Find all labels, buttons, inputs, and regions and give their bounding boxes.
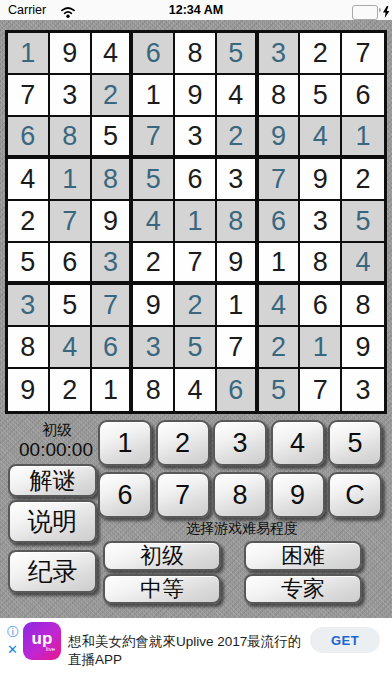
cell-r3c1[interactable]: 6 <box>8 117 50 159</box>
numpad-7[interactable]: 7 <box>156 472 210 518</box>
cell-r7c8[interactable]: 6 <box>300 285 342 327</box>
cell-r5c5[interactable]: 1 <box>175 201 217 243</box>
cell-r6c7[interactable]: 1 <box>259 243 301 285</box>
cell-r2c3[interactable]: 2 <box>92 75 134 117</box>
numpad-4[interactable]: 4 <box>271 420 325 466</box>
cell-r4c5[interactable]: 6 <box>175 159 217 201</box>
numpad-9[interactable]: 9 <box>271 472 325 518</box>
numpad-row-1: 1 2 3 4 5 <box>98 420 382 466</box>
cell-r2c5[interactable]: 9 <box>175 75 217 117</box>
cell-r9c6[interactable]: 6 <box>217 369 259 411</box>
cell-r9c4[interactable]: 8 <box>133 369 175 411</box>
cell-r9c3[interactable]: 1 <box>92 369 134 411</box>
numpad-3[interactable]: 3 <box>213 420 267 466</box>
cell-r6c1[interactable]: 5 <box>8 243 50 285</box>
cell-r7c5[interactable]: 2 <box>175 285 217 327</box>
ad-banner: ⓘ ✕ up live 想和美女約會就來Uplive 2017最流行的直播APP… <box>0 618 392 696</box>
cell-r7c2[interactable]: 5 <box>50 285 92 327</box>
status-bar: Carrier 12:34 AM <box>0 0 392 20</box>
cell-r1c8[interactable]: 2 <box>300 33 342 75</box>
timer-display: 00:00:00 <box>6 439 106 461</box>
ad-text: 想和美女約會就來Uplive 2017最流行的直播APP <box>68 633 303 669</box>
cell-r4c9[interactable]: 2 <box>342 159 384 201</box>
cell-r4c1[interactable]: 4 <box>8 159 50 201</box>
solve-button[interactable]: 解谜 <box>8 464 97 497</box>
cell-r8c7[interactable]: 2 <box>259 327 301 369</box>
cell-r7c3[interactable]: 7 <box>92 285 134 327</box>
game-area: 1946853277321948566857329414185637922794… <box>0 20 392 618</box>
cell-r6c8[interactable]: 8 <box>300 243 342 285</box>
cell-r5c3[interactable]: 9 <box>92 201 134 243</box>
cell-r8c3[interactable]: 6 <box>92 327 134 369</box>
cell-r6c6[interactable]: 9 <box>217 243 259 285</box>
cell-r1c2[interactable]: 9 <box>50 33 92 75</box>
instructions-button[interactable]: 说明 <box>8 500 97 543</box>
numpad-6[interactable]: 6 <box>98 472 152 518</box>
battery-icon <box>352 5 378 20</box>
cell-r5c7[interactable]: 6 <box>259 201 301 243</box>
cell-r1c7[interactable]: 3 <box>259 33 301 75</box>
numpad-8[interactable]: 8 <box>213 472 267 518</box>
numpad-1[interactable]: 1 <box>98 420 152 466</box>
cell-r4c6[interactable]: 3 <box>217 159 259 201</box>
uplive-logo-text: up <box>32 631 53 646</box>
cell-r1c4[interactable]: 6 <box>133 33 175 75</box>
cell-r4c7[interactable]: 7 <box>259 159 301 201</box>
cell-r4c8[interactable]: 9 <box>300 159 342 201</box>
cell-r6c5[interactable]: 7 <box>175 243 217 285</box>
clock-time: 12:34 AM <box>0 3 392 17</box>
uplive-logo-subtext: live <box>46 646 55 652</box>
sudoku-board: 1946853277321948566857329414185637922794… <box>5 30 387 414</box>
cell-r6c3[interactable]: 3 <box>92 243 134 285</box>
cell-r2c4[interactable]: 1 <box>133 75 175 117</box>
cell-r5c6[interactable]: 8 <box>217 201 259 243</box>
cell-r8c2[interactable]: 4 <box>50 327 92 369</box>
numpad-5[interactable]: 5 <box>328 420 382 466</box>
cell-r1c5[interactable]: 8 <box>175 33 217 75</box>
cell-r8c1[interactable]: 8 <box>8 327 50 369</box>
cell-r4c4[interactable]: 5 <box>133 159 175 201</box>
cell-r4c2[interactable]: 1 <box>50 159 92 201</box>
cell-r2c9[interactable]: 6 <box>342 75 384 117</box>
cell-r6c4[interactable]: 2 <box>133 243 175 285</box>
cell-r1c9[interactable]: 7 <box>342 33 384 75</box>
cell-r3c2[interactable]: 8 <box>50 117 92 159</box>
numpad-2[interactable]: 2 <box>156 420 210 466</box>
cell-r5c4[interactable]: 4 <box>133 201 175 243</box>
difficulty-expert-button[interactable]: 专家 <box>244 574 362 604</box>
cell-r9c2[interactable]: 2 <box>50 369 92 411</box>
cell-r3c8[interactable]: 4 <box>300 117 342 159</box>
difficulty-section-label: 选择游戏难易程度 <box>97 520 387 538</box>
cell-r5c2[interactable]: 7 <box>50 201 92 243</box>
sudoku-app-screen: Carrier 12:34 AM 19468532773219485668573… <box>0 0 392 696</box>
records-button[interactable]: 纪录 <box>8 550 97 593</box>
cell-r9c5[interactable]: 4 <box>175 369 217 411</box>
cell-r8c8[interactable]: 1 <box>300 327 342 369</box>
numpad-row-2: 6 7 8 9 C <box>98 472 382 518</box>
cell-r9c1[interactable]: 9 <box>8 369 50 411</box>
cell-r3c4[interactable]: 7 <box>133 117 175 159</box>
cell-r7c1[interactable]: 3 <box>8 285 50 327</box>
cell-r3c9[interactable]: 1 <box>342 117 384 159</box>
current-level-label: 初级 <box>18 421 96 440</box>
cell-r9c9[interactable]: 3 <box>342 369 384 411</box>
difficulty-hard-button[interactable]: 困难 <box>244 541 362 571</box>
cell-r9c8[interactable]: 7 <box>300 369 342 411</box>
cell-r5c1[interactable]: 2 <box>8 201 50 243</box>
cell-r5c8[interactable]: 3 <box>300 201 342 243</box>
cell-r9c7[interactable]: 5 <box>259 369 301 411</box>
cell-r2c8[interactable]: 5 <box>300 75 342 117</box>
cell-r7c6[interactable]: 1 <box>217 285 259 327</box>
cell-r7c9[interactable]: 8 <box>342 285 384 327</box>
cell-r3c5[interactable]: 3 <box>175 117 217 159</box>
cell-r2c7[interactable]: 8 <box>259 75 301 117</box>
cell-r7c7[interactable]: 4 <box>259 285 301 327</box>
cell-r8c4[interactable]: 3 <box>133 327 175 369</box>
cell-r4c3[interactable]: 8 <box>92 159 134 201</box>
cell-r8c9[interactable]: 9 <box>342 327 384 369</box>
uplive-logo[interactable]: up live <box>23 622 61 660</box>
cell-r6c2[interactable]: 6 <box>50 243 92 285</box>
cell-r3c7[interactable]: 9 <box>259 117 301 159</box>
cell-r2c6[interactable]: 4 <box>217 75 259 117</box>
cell-r1c3[interactable]: 4 <box>92 33 134 75</box>
numpad-clear[interactable]: C <box>328 472 382 518</box>
cell-r1c1[interactable]: 1 <box>8 33 50 75</box>
cell-r1c6[interactable]: 5 <box>217 33 259 75</box>
cell-r3c3[interactable]: 5 <box>92 117 134 159</box>
cell-r5c9[interactable]: 5 <box>342 201 384 243</box>
ad-info-icon[interactable]: ⓘ <box>7 626 19 638</box>
difficulty-medium-button[interactable]: 中等 <box>103 574 221 604</box>
ad-close-icon[interactable]: ✕ <box>7 643 18 656</box>
cell-r8c5[interactable]: 5 <box>175 327 217 369</box>
cell-r3c6[interactable]: 2 <box>217 117 259 159</box>
cell-r2c2[interactable]: 3 <box>50 75 92 117</box>
difficulty-beginner-button[interactable]: 初级 <box>103 541 221 571</box>
ad-get-button[interactable]: GET <box>310 627 380 653</box>
cell-r7c4[interactable]: 9 <box>133 285 175 327</box>
cell-r2c1[interactable]: 7 <box>8 75 50 117</box>
cell-r6c9[interactable]: 4 <box>342 243 384 285</box>
cell-r8c6[interactable]: 7 <box>217 327 259 369</box>
